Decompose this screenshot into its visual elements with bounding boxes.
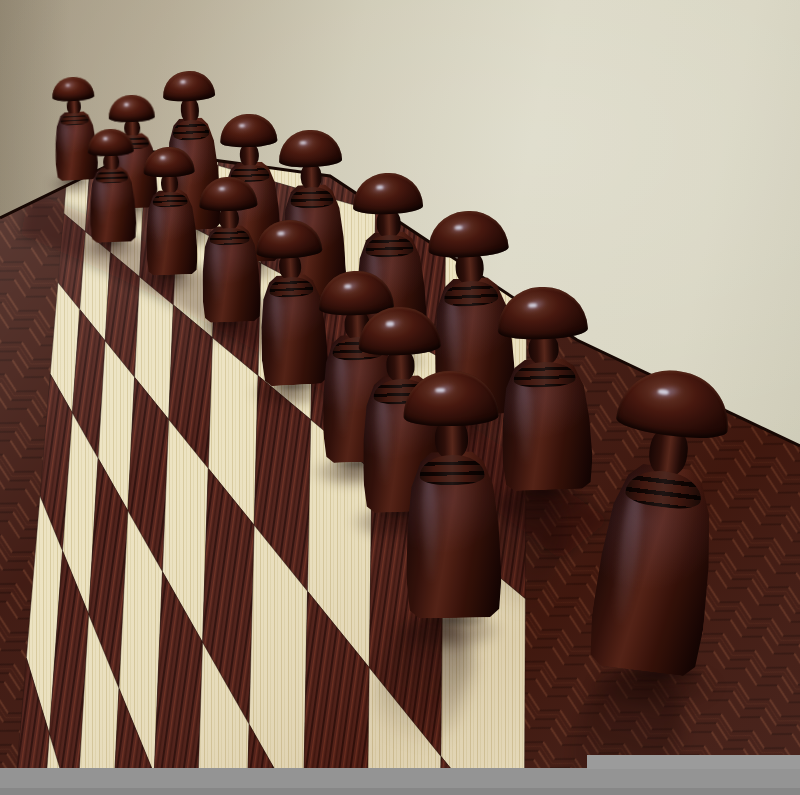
pieces-layer [0,0,800,795]
piece-cap [255,218,323,259]
cap-specular-dot [239,124,245,127]
piece-cap [108,94,155,123]
chess-piece-back-8[interactable] [496,285,593,491]
piece-cap [142,146,194,178]
piece-collar-rings [96,169,128,184]
photo-scene [0,0,800,795]
cap-specular-dot [278,232,285,236]
cap-specular-dot [180,80,185,83]
table-edge-strip-right [587,755,800,769]
piece-cap [352,172,423,215]
piece-cap [402,370,498,427]
cap-specular-dot [103,137,108,140]
piece-cap [219,113,277,148]
piece-cap [357,306,441,357]
piece-collar-rings [173,120,209,141]
piece-cap [496,285,588,340]
piece-cap [198,176,257,212]
chess-piece-front-7[interactable] [402,370,501,619]
table-edge-strip-bottom [0,788,800,795]
piece-cap [162,70,215,103]
cap-specular-dot [124,103,129,106]
chess-piece-front-2[interactable] [142,146,197,276]
chess-piece-front-8-on-frame[interactable] [586,364,734,677]
piece-cap [278,129,342,168]
chess-piece-front-1[interactable] [87,128,137,243]
cap-specular-dot [376,185,383,189]
chess-piece-front-3[interactable] [198,176,261,323]
cap-specular-dot [386,322,394,327]
piece-cap [427,209,509,259]
piece-cap [615,364,734,442]
piece-cap [87,128,134,157]
cap-specular-dot [435,388,445,393]
cap-specular-dot [160,156,165,159]
piece-cap [51,76,94,102]
